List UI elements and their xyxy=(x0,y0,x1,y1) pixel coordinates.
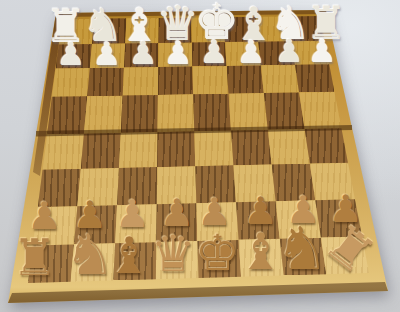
piece-white-pawn-e7: ♟ xyxy=(200,36,229,68)
piece-white-pawn-a7: ♟ xyxy=(57,38,86,70)
piece-brown-queen-d1: ♛ xyxy=(151,229,196,279)
piece-brown-rook-a1: ♜ xyxy=(12,233,57,283)
piece-brown-knight-g1: ♞ xyxy=(275,219,328,278)
piece-white-pawn-c7: ♟ xyxy=(129,37,158,69)
piece-white-pawn-b7: ♟ xyxy=(93,38,122,70)
chess-board: ♜♞♝♛♚♝♞♜♟♟♟♟♟♟♟♟♟♟♟♟♟♟♟♟♜♞♝♛♚♝♞♜ xyxy=(0,0,400,312)
piece-white-pawn-d7: ♟ xyxy=(164,37,193,69)
piece-white-pawn-g7: ♟ xyxy=(275,35,304,67)
piece-brown-bishop-c1: ♝ xyxy=(106,231,151,281)
piece-white-pawn-f7: ♟ xyxy=(237,36,266,68)
piece-brown-king-e1: ♚ xyxy=(195,228,240,278)
pieces-layer: ♜♞♝♛♚♝♞♜♟♟♟♟♟♟♟♟♟♟♟♟♟♟♟♟♜♞♝♛♚♝♞♜ xyxy=(0,0,400,312)
piece-white-pawn-h7: ♟ xyxy=(308,35,337,67)
chessboard-photo: ♜♞♝♛♚♝♞♜♟♟♟♟♟♟♟♟♟♟♟♟♟♟♟♟♜♞♝♛♚♝♞♜ xyxy=(0,0,400,312)
